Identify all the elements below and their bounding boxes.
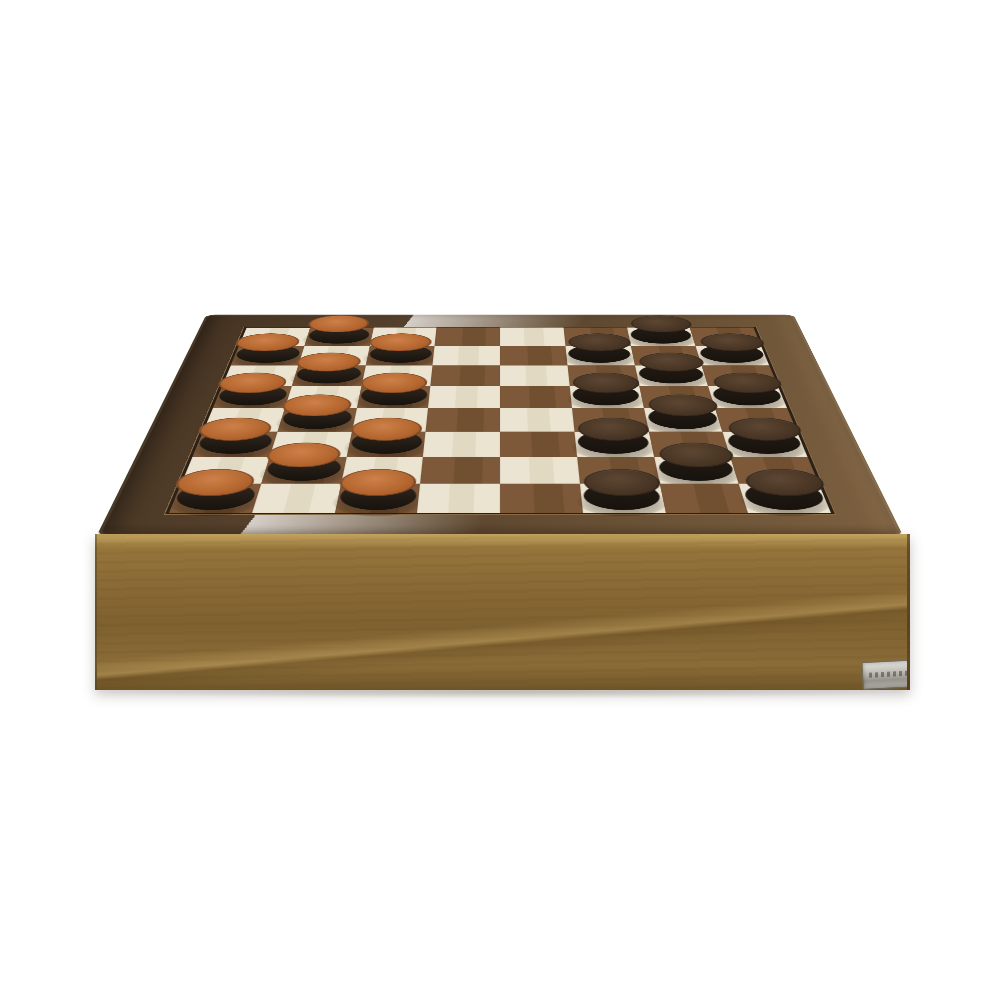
dark-checker-piece[interactable] xyxy=(581,484,663,512)
dark-checker-piece[interactable] xyxy=(724,432,805,456)
board-square[interactable] xyxy=(304,328,373,346)
red-checker-piece[interactable] xyxy=(358,386,429,407)
board-square[interactable] xyxy=(252,484,341,513)
dark-checker-piece[interactable] xyxy=(710,386,786,407)
board-square[interactable] xyxy=(420,457,500,484)
dark-checker-piece[interactable] xyxy=(567,346,634,365)
board-square[interactable] xyxy=(261,457,346,484)
board-square[interactable] xyxy=(569,386,643,408)
piece-top xyxy=(567,333,632,351)
dark-checker-piece[interactable] xyxy=(741,484,829,512)
board-square[interactable] xyxy=(231,346,304,365)
board-square[interactable] xyxy=(627,328,696,346)
red-checker-piece[interactable] xyxy=(215,386,291,407)
board-square[interactable] xyxy=(431,365,500,386)
board-square[interactable] xyxy=(500,457,580,484)
board-square[interactable] xyxy=(500,365,569,386)
board-square[interactable] xyxy=(435,328,500,346)
board-square[interactable] xyxy=(635,365,709,386)
checkers-board xyxy=(165,327,835,514)
board-square[interactable] xyxy=(565,346,634,365)
red-checker-piece[interactable] xyxy=(348,432,424,456)
dark-checker-piece[interactable] xyxy=(576,432,652,456)
board-square[interactable] xyxy=(213,386,292,408)
red-checker-piece[interactable] xyxy=(293,366,364,386)
dark-checker-piece[interactable] xyxy=(628,328,694,346)
board-square[interactable] xyxy=(739,484,831,513)
ground-shadow xyxy=(110,686,900,698)
piece-top xyxy=(577,418,652,441)
board-square[interactable] xyxy=(426,408,500,432)
board-square[interactable] xyxy=(580,484,666,513)
red-checker-piece[interactable] xyxy=(279,408,355,431)
board-square[interactable] xyxy=(654,457,739,484)
board-square[interactable] xyxy=(696,346,769,365)
product-photo-scene xyxy=(0,0,1000,1000)
board-square[interactable] xyxy=(500,346,567,365)
board-square[interactable] xyxy=(500,484,583,513)
board-square[interactable] xyxy=(428,386,500,408)
checkers-box xyxy=(97,315,904,536)
board-square[interactable] xyxy=(500,408,574,432)
red-checker-piece[interactable] xyxy=(194,432,275,456)
dark-checker-piece[interactable] xyxy=(697,346,767,365)
board-square[interactable] xyxy=(335,484,421,513)
board-square[interactable] xyxy=(574,432,653,457)
board-square[interactable] xyxy=(292,365,366,386)
red-checker-piece[interactable] xyxy=(367,346,434,365)
board-square[interactable] xyxy=(433,346,500,365)
red-checker-piece[interactable] xyxy=(232,346,302,365)
dark-checker-piece[interactable] xyxy=(571,386,642,407)
board-square[interactable] xyxy=(659,484,748,513)
piece-top xyxy=(572,373,642,393)
red-checker-piece[interactable] xyxy=(263,457,345,483)
red-checker-piece[interactable] xyxy=(306,328,372,346)
board-square[interactable] xyxy=(346,432,425,457)
board-square[interactable] xyxy=(500,432,577,457)
board-square[interactable] xyxy=(417,484,500,513)
board-square[interactable] xyxy=(277,408,356,432)
board-square[interactable] xyxy=(500,328,565,346)
board-square[interactable] xyxy=(357,386,431,408)
red-checker-piece[interactable] xyxy=(171,484,259,512)
dark-checker-piece[interactable] xyxy=(645,408,721,431)
dark-checker-piece[interactable] xyxy=(655,457,737,483)
board-square[interactable] xyxy=(644,408,723,432)
board-square[interactable] xyxy=(723,432,808,457)
board-square[interactable] xyxy=(500,386,572,408)
dark-checker-piece[interactable] xyxy=(636,366,707,386)
red-checker-piece[interactable] xyxy=(336,484,418,512)
board-square[interactable] xyxy=(193,432,278,457)
board-square[interactable] xyxy=(708,386,787,408)
board-square[interactable] xyxy=(169,484,261,513)
board-square[interactable] xyxy=(423,432,500,457)
wood-grain xyxy=(95,587,910,690)
box-front-face xyxy=(95,534,910,690)
board-square[interactable] xyxy=(365,346,434,365)
